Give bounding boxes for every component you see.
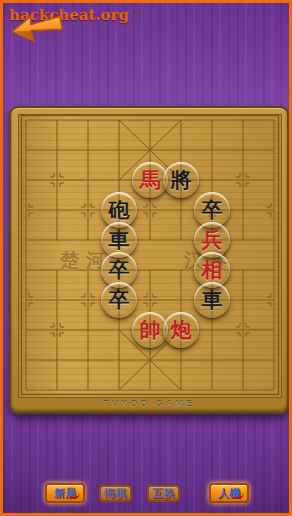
undo-move-label: 悔棋	[105, 486, 127, 501]
brand-text: TUYOO GAME	[13, 398, 285, 412]
undo-move-button[interactable]: 悔棋	[99, 485, 132, 502]
button-accent	[233, 493, 244, 500]
new-game-button[interactable]: 新局	[45, 483, 85, 503]
piece-cannon-red[interactable]: 炮	[163, 312, 199, 348]
swap-sides-label: 互换	[153, 486, 175, 501]
app-screen: hackcheat.org TUYOO GAME 楚河 汉界 馬將砲卒	[0, 0, 292, 516]
button-accent	[69, 493, 80, 500]
back-arrow-icon	[9, 10, 66, 45]
swap-sides-button[interactable]: 互换	[147, 485, 180, 502]
piece-chariot-black[interactable]: 車	[194, 282, 230, 318]
piece-general-black[interactable]: 將	[163, 162, 199, 198]
piece-soldier-black[interactable]: 卒	[101, 282, 137, 318]
board-wood-surface	[18, 114, 282, 398]
game-board-panel: TUYOO GAME	[9, 106, 289, 414]
vs-ai-button[interactable]: 人機	[209, 483, 249, 503]
